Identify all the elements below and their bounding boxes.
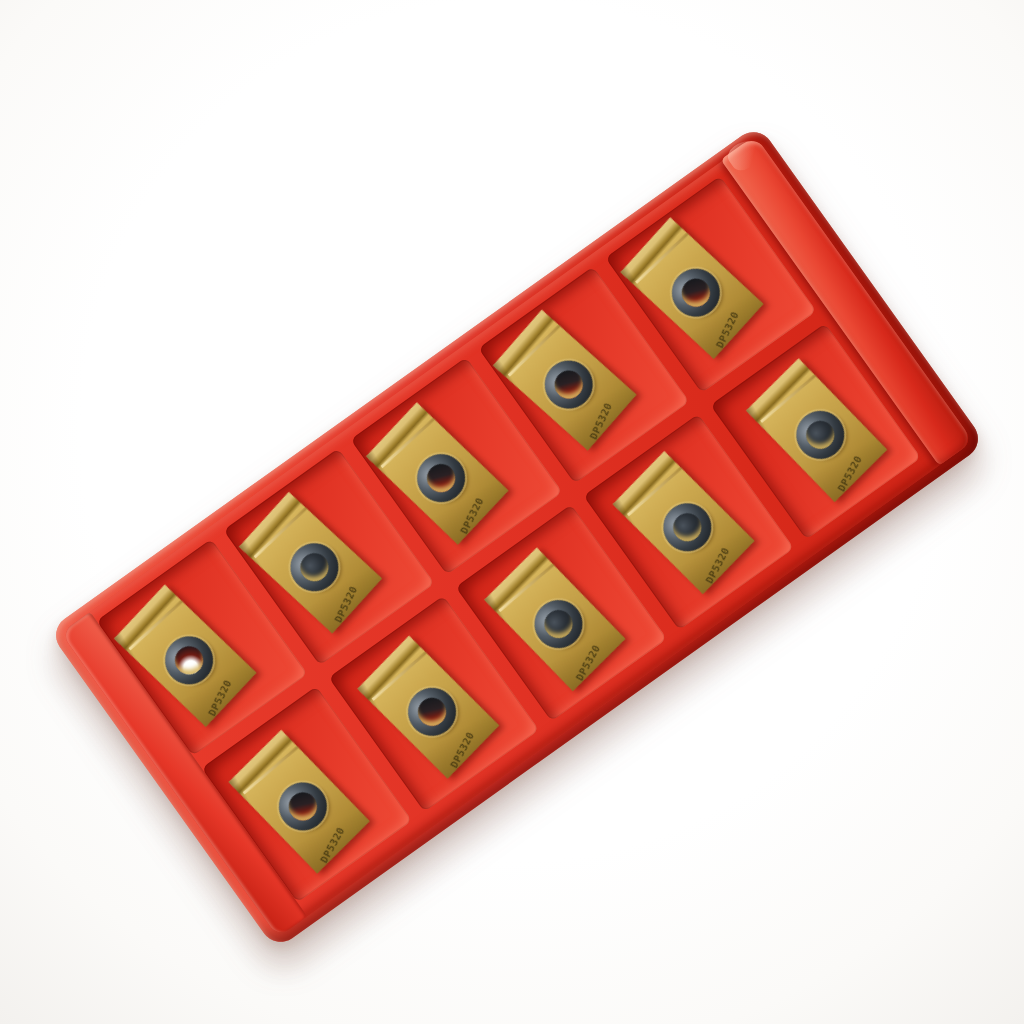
carbide-insert: DP5320 (605, 441, 762, 605)
screw-hole-center (422, 458, 461, 497)
screw-hole-center (549, 365, 589, 405)
screw-hole-center (676, 273, 715, 312)
screw-hole-center (800, 415, 839, 454)
screw-hole-center (169, 641, 208, 680)
carbide-insert: DP5320 (350, 625, 507, 789)
screw-hole-center (412, 692, 451, 731)
tray-shadow-anchor: DP5320DP5320DP5320DP5320DP5320DP5320DP53… (81, 341, 953, 733)
screw-hole-center (667, 507, 706, 546)
screw-hole-center (283, 786, 322, 825)
screw-hole-center (295, 547, 334, 586)
product-photo-scene: DP5320DP5320DP5320DP5320DP5320DP5320DP53… (0, 0, 1024, 1024)
compartment-grid: DP5320DP5320DP5320DP5320DP5320DP5320DP53… (96, 176, 921, 903)
screw-hole-center (539, 604, 578, 643)
insert-storage-tray: DP5320DP5320DP5320DP5320DP5320DP5320DP53… (48, 124, 986, 950)
